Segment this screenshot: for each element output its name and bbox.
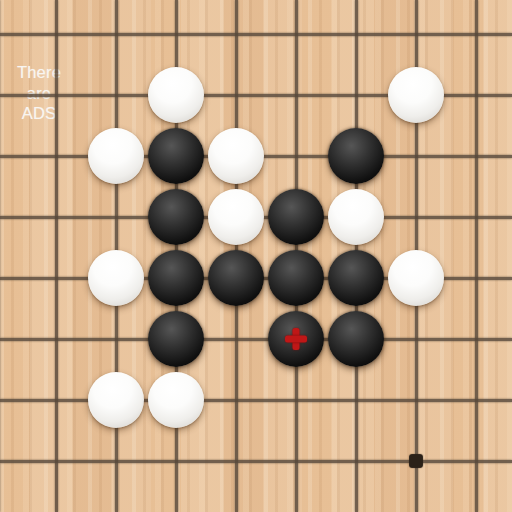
grid-line-horizontal xyxy=(0,33,512,36)
black-stone xyxy=(148,250,204,306)
grid-line-horizontal xyxy=(0,338,512,341)
white-stone xyxy=(148,372,204,428)
last-move-marker-icon xyxy=(285,328,307,350)
black-stone xyxy=(328,128,384,184)
black-stone xyxy=(268,311,324,367)
white-stone xyxy=(388,250,444,306)
white-stone xyxy=(388,67,444,123)
black-stone xyxy=(328,311,384,367)
white-stone xyxy=(88,372,144,428)
black-stone xyxy=(148,189,204,245)
grid-line-vertical xyxy=(475,0,478,512)
grid-line-horizontal xyxy=(0,399,512,402)
black-stone xyxy=(268,250,324,306)
ads-overlay-line: There xyxy=(6,62,72,83)
black-stone xyxy=(208,250,264,306)
white-stone xyxy=(88,250,144,306)
white-stone xyxy=(88,128,144,184)
white-stone xyxy=(328,189,384,245)
white-stone xyxy=(148,67,204,123)
black-stone xyxy=(148,128,204,184)
black-stone xyxy=(148,311,204,367)
ads-overlay-line: ADS xyxy=(6,103,72,124)
white-stone xyxy=(208,128,264,184)
white-stone xyxy=(208,189,264,245)
game-board[interactable]: There are ADS xyxy=(0,0,512,512)
black-stone xyxy=(328,250,384,306)
grid-line-vertical xyxy=(55,0,58,512)
grid-line-horizontal xyxy=(0,460,512,463)
black-stone xyxy=(268,189,324,245)
star-point-marker xyxy=(410,455,423,468)
